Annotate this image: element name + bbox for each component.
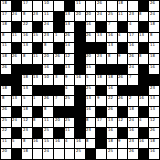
clue-number: 26 — [97, 1, 102, 5]
black-cell-r8-c14 — [139, 75, 149, 85]
cell-r14-c4[interactable]: 16 — [33, 139, 43, 149]
cell-r15-c3[interactable]: 18 — [22, 149, 32, 159]
black-cell-r9-c2 — [12, 86, 22, 96]
clue-number: 23 — [97, 54, 102, 58]
black-cell-r7-c2 — [12, 65, 22, 75]
clue-number: 16 — [86, 107, 91, 111]
clue-number: 13 — [23, 43, 28, 47]
cell-r12-c4[interactable]: 8 — [33, 118, 43, 128]
black-cell-r13-c4 — [33, 128, 43, 138]
cell-r5-c15[interactable]: 11 — [149, 43, 159, 53]
cell-r8-c4[interactable]: 13 — [33, 75, 43, 85]
cell-r10-c3[interactable]: 5 — [22, 96, 32, 106]
clue-number: 18 — [150, 54, 155, 58]
black-cell-r13-c14 — [139, 128, 149, 138]
black-cell-r11-c6 — [54, 107, 64, 117]
cell-r14-c14[interactable]: 16 — [139, 139, 149, 149]
cell-r5-c5[interactable]: 8 — [43, 43, 53, 53]
cell-r6-c1[interactable]: 18 — [1, 54, 11, 64]
cell-r15-c1[interactable]: 20 — [1, 149, 11, 159]
clue-number: 16 — [108, 33, 113, 37]
cell-r2-c15[interactable]: 24 — [149, 12, 159, 22]
cell-r4-c10[interactable]: 13 — [96, 33, 106, 43]
black-cell-r5-c6 — [54, 43, 64, 53]
cell-r15-c15[interactable]: 16 — [149, 149, 159, 159]
clue-number: 26 — [55, 54, 60, 58]
cell-r2-c4[interactable]: 23 — [33, 12, 43, 22]
clue-number: 4 — [65, 86, 67, 90]
cell-r12-c1[interactable]: 25 — [1, 118, 11, 128]
clue-number: 16 — [150, 149, 155, 153]
clue-number: 25 — [86, 86, 91, 90]
cell-r4-c9[interactable]: 26 — [86, 33, 96, 43]
clue-number: 26 — [2, 107, 7, 111]
clue-number: 26 — [86, 33, 91, 37]
clue-number: 8 — [23, 139, 25, 143]
cell-r7-c1[interactable]: 26 — [1, 65, 11, 75]
cell-r12-c3[interactable]: 12 — [22, 118, 32, 128]
cell-r4-c5[interactable]: 23 — [43, 33, 53, 43]
cell-r14-c12[interactable]: 9 — [118, 139, 128, 149]
cell-r7-c9[interactable]: 15 — [86, 65, 96, 75]
cell-r13-c13[interactable]: 16 — [128, 128, 138, 138]
cell-r12-c10[interactable]: 17 — [96, 118, 106, 128]
clue-number: 13 — [65, 22, 70, 26]
cell-r10-c11[interactable]: 22 — [107, 96, 117, 106]
black-cell-r8-c1 — [1, 75, 11, 85]
cell-r3-c11[interactable]: 7 — [107, 22, 117, 32]
clue-number: 12 — [150, 118, 155, 122]
clue-number: 9 — [118, 139, 120, 143]
clue-number: 26 — [65, 33, 70, 37]
cell-r6-c9[interactable]: 20 — [86, 54, 96, 64]
cell-r1-c12[interactable]: 18 — [118, 1, 128, 11]
cell-r4-c12[interactable]: 4 — [118, 33, 128, 43]
clue-number: 11 — [12, 33, 17, 37]
clue-number: 26 — [44, 96, 49, 100]
cell-r8-c3[interactable]: 18 — [22, 75, 32, 85]
black-cell-r3-c4 — [33, 22, 43, 32]
cell-r1-c9[interactable] — [86, 1, 96, 11]
clue-number: 8 — [2, 33, 4, 37]
cell-r10-c9[interactable]: 13 — [86, 96, 96, 106]
cell-r14-c11[interactable]: 18 — [107, 139, 117, 149]
cell-r15-c4[interactable] — [33, 149, 43, 159]
cell-r1-c10[interactable]: 26 — [96, 1, 106, 11]
cell-r6-c6[interactable]: 26 — [54, 54, 64, 64]
cell-r11-c3[interactable]: 18 — [22, 107, 32, 117]
cell-r2-c5[interactable]: 11 — [43, 12, 53, 22]
cell-r14-c1[interactable]: 11 — [1, 139, 11, 149]
clue-number: 26 — [12, 54, 17, 58]
cell-r6-c13[interactable]: 26 — [128, 54, 138, 64]
cell-r10-c10[interactable]: 9 — [96, 96, 106, 106]
clue-number: 24 — [129, 118, 134, 122]
cell-r9-c3[interactable]: 13 — [22, 86, 32, 96]
cell-r5-c11[interactable]: 13 — [107, 43, 117, 53]
cell-r5-c13[interactable]: 16 — [128, 43, 138, 53]
clue-number: 26 — [129, 54, 134, 58]
clue-number: 20 — [86, 12, 91, 16]
clue-number: 17 — [97, 118, 102, 122]
clue-number: 23 — [23, 128, 28, 132]
clue-number: 13 — [23, 86, 28, 90]
cell-r10-c14[interactable]: 16 — [139, 96, 149, 106]
cell-r8-c13[interactable]: 7 — [128, 75, 138, 85]
cell-r6-c10[interactable]: 23 — [96, 54, 106, 64]
cell-r14-c5[interactable]: 15 — [43, 139, 53, 149]
cell-r4-c13[interactable]: 17 — [128, 33, 138, 43]
cell-r10-c15[interactable]: 13 — [149, 96, 159, 106]
clue-number: 25 — [65, 96, 70, 100]
cell-r8-c9[interactable]: 5 — [86, 75, 96, 85]
cell-r10-c13[interactable]: 2 — [128, 96, 138, 106]
cell-r14-c13[interactable]: 23 — [128, 139, 138, 149]
cell-r15-c6[interactable] — [54, 149, 64, 159]
black-cell-r9-c5 — [43, 86, 53, 96]
cell-r6-c14[interactable]: 8 — [139, 54, 149, 64]
clue-number: 26 — [2, 65, 7, 69]
clue-number: 20 — [86, 54, 91, 58]
cell-r3-c15[interactable]: 18 — [149, 22, 159, 32]
clue-number: 4 — [65, 139, 67, 143]
clue-number: 17 — [23, 1, 28, 5]
clue-number: 22 — [23, 22, 28, 26]
cell-r4-c15[interactable]: 8 — [149, 33, 159, 43]
clue-number: 13 — [86, 96, 91, 100]
clue-number: 18 — [23, 107, 28, 111]
cell-r10-c4[interactable]: 1 — [33, 96, 43, 106]
cell-r7-c13[interactable]: 24 — [128, 65, 138, 75]
cell-r5-c7[interactable]: 14 — [65, 43, 75, 53]
clue-number: 18 — [2, 1, 7, 5]
clue-number: 17 — [2, 12, 7, 16]
cell-r4-c3[interactable]: 16 — [22, 33, 32, 43]
black-cell-r5-c4 — [33, 43, 43, 53]
clue-number: 25 — [65, 118, 70, 122]
clue-number: 13 — [108, 43, 113, 47]
cell-r1-c4[interactable] — [33, 1, 43, 11]
clue-number: 20 — [55, 118, 60, 122]
cell-r13-c9[interactable]: 23 — [86, 128, 96, 138]
cell-r12-c13[interactable]: 24 — [128, 118, 138, 128]
cell-r6-c5[interactable]: 20 — [43, 54, 53, 64]
cell-r3-c9[interactable]: 16 — [86, 22, 96, 32]
cell-r15-c11[interactable]: 25 — [107, 149, 117, 159]
clue-number: 26 — [118, 75, 123, 79]
clue-number: 11 — [76, 1, 81, 5]
clue-number: 26 — [108, 107, 113, 111]
cell-r12-c14[interactable]: 4 — [139, 118, 149, 128]
cell-r4-c2[interactable]: 11 — [12, 33, 22, 43]
black-cell-r14-c10 — [96, 139, 106, 149]
clue-number: 11 — [44, 118, 49, 122]
cell-r3-c13[interactable]: 4 — [128, 22, 138, 32]
black-cell-r9-c6 — [54, 86, 64, 96]
clue-number: 11 — [44, 12, 49, 16]
cell-r14-c8[interactable]: 16 — [75, 139, 85, 149]
cell-r12-c5[interactable]: 11 — [43, 118, 53, 128]
cell-r12-c6[interactable]: 20 — [54, 118, 64, 128]
cell-r10-c1[interactable]: 8 — [1, 96, 11, 106]
cell-r13-c1[interactable]: 22 — [1, 128, 11, 138]
clue-number: 18 — [23, 149, 28, 153]
black-cell-r15-c9 — [86, 149, 96, 159]
clue-number: 9 — [118, 54, 120, 58]
cell-r9-c1[interactable]: 18 — [1, 86, 11, 96]
clue-number: 10 — [44, 1, 49, 5]
clue-number: 8 — [44, 107, 46, 111]
clue-number: 16 — [23, 33, 28, 37]
cell-r2-c11[interactable]: 25 — [107, 12, 117, 22]
clue-number: 11 — [2, 139, 7, 143]
clue-number: 11 — [150, 43, 155, 47]
clue-number: 11 — [33, 54, 38, 58]
clue-number: 16 — [44, 65, 49, 69]
cell-r2-c13[interactable]: 23 — [128, 12, 138, 22]
clue-number: 16 — [55, 139, 60, 143]
black-cell-r3-c10 — [96, 22, 106, 32]
clue-number: 16 — [76, 139, 81, 143]
clue-number: 16 — [108, 128, 113, 132]
clue-number: 16 — [76, 75, 81, 79]
cell-r2-c2[interactable]: 24 — [12, 12, 22, 22]
cell-r10-c12[interactable]: 26 — [118, 96, 128, 106]
cell-r1-c6[interactable] — [54, 1, 64, 11]
cell-r12-c12[interactable]: 12 — [118, 118, 128, 128]
black-cell-r11-c2 — [12, 107, 22, 117]
cell-r12-c9[interactable]: 8 — [86, 118, 96, 128]
cell-r4-c6[interactable]: 1 — [54, 33, 64, 43]
clue-number: 18 — [108, 75, 113, 79]
clue-number: 23 — [33, 12, 38, 16]
clue-number: 16 — [150, 65, 155, 69]
clue-number: 25 — [108, 12, 113, 16]
clue-number: 25 — [44, 128, 49, 132]
cell-r3-c1[interactable]: 18 — [1, 22, 11, 32]
cell-r4-c7[interactable]: 26 — [65, 33, 75, 43]
black-cell-r3-c14 — [139, 22, 149, 32]
cell-r12-c15[interactable]: 12 — [149, 118, 159, 128]
clue-number: 4 — [139, 118, 141, 122]
cell-r8-c8[interactable]: 16 — [75, 75, 85, 85]
clue-number: 8 — [139, 12, 141, 16]
cell-r9-c15[interactable]: 23 — [149, 86, 159, 96]
cell-r2-c12[interactable]: 11 — [118, 12, 128, 22]
black-cell-r13-c8 — [75, 128, 85, 138]
cell-r7-c7[interactable]: 13 — [65, 65, 75, 75]
cell-r6-c7[interactable]: 12 — [65, 54, 75, 64]
cell-r13-c5[interactable]: 25 — [43, 128, 53, 138]
cell-r12-c11[interactable]: 13 — [107, 118, 117, 128]
cell-r5-c1[interactable]: 11 — [1, 43, 11, 53]
cell-r1-c1[interactable]: 18 — [1, 1, 11, 11]
cell-r10-c7[interactable]: 25 — [65, 96, 75, 106]
cell-r11-c1[interactable]: 26 — [1, 107, 11, 117]
clue-number: 23 — [150, 86, 155, 90]
clue-number: 8 — [23, 54, 25, 58]
clue-number: 24 — [12, 118, 17, 122]
cell-r6-c4[interactable]: 11 — [33, 54, 43, 64]
cell-r8-c10[interactable]: 18 — [96, 75, 106, 85]
black-cell-r15-c14 — [139, 149, 149, 159]
cell-r1-c15[interactable]: 26 — [149, 1, 159, 11]
cell-r6-c15[interactable]: 18 — [149, 54, 159, 64]
clue-number: 15 — [44, 139, 49, 143]
clue-number: 11 — [65, 128, 70, 132]
cell-r1-c3[interactable]: 17 — [22, 1, 32, 11]
clue-number: 16 — [108, 86, 113, 90]
clue-number: 18 — [97, 75, 102, 79]
cell-r10-c6[interactable]: 7 — [54, 96, 64, 106]
cell-r3-c7[interactable]: 13 — [65, 22, 75, 32]
black-cell-r9-c10 — [96, 86, 106, 96]
cell-r8-c7[interactable]: 9 — [65, 75, 75, 85]
cell-r6-c2[interactable]: 26 — [12, 54, 22, 64]
black-cell-r11-c10 — [96, 107, 106, 117]
clue-number: 15 — [33, 33, 38, 37]
cell-r1-c8[interactable]: 11 — [75, 1, 85, 11]
codeword-grid: 1817101126182617248231113202024251123824… — [0, 0, 160, 160]
black-cell-r7-c6 — [54, 65, 64, 75]
black-cell-r13-c6 — [54, 128, 64, 138]
clue-number: 8 — [33, 118, 35, 122]
clue-number: 18 — [150, 139, 155, 143]
cell-r8-c12[interactable]: 26 — [118, 75, 128, 85]
clue-number: 7 — [55, 96, 57, 100]
black-cell-r7-c4 — [33, 65, 43, 75]
cell-r1-c13[interactable] — [128, 1, 138, 11]
cell-r14-c9[interactable]: 8 — [86, 139, 96, 149]
black-cell-r3-c2 — [12, 22, 22, 32]
cell-r2-c14[interactable]: 8 — [139, 12, 149, 22]
clue-number: 22 — [108, 96, 113, 100]
cell-r13-c11[interactable]: 16 — [107, 128, 117, 138]
cell-r4-c4[interactable]: 15 — [33, 33, 43, 43]
clue-number: 10 — [44, 75, 49, 79]
clue-number: 13 — [97, 33, 102, 37]
cell-r4-c1[interactable]: 8 — [1, 33, 11, 43]
cell-r15-c12[interactable] — [118, 149, 128, 159]
cell-r15-c13[interactable]: 26 — [128, 149, 138, 159]
cell-r13-c3[interactable]: 23 — [22, 128, 32, 138]
black-cell-r5-c10 — [96, 43, 106, 53]
cell-r8-c6[interactable]: 3 — [54, 75, 64, 85]
cell-r5-c3[interactable]: 13 — [22, 43, 32, 53]
black-cell-r5-c9 — [86, 43, 96, 53]
cell-r2-c7[interactable]: 13 — [65, 12, 75, 22]
clue-number: 24 — [44, 22, 49, 26]
clue-number: 8 — [23, 12, 25, 16]
black-cell-r3-c6 — [54, 22, 64, 32]
black-cell-r6-c8 — [75, 54, 85, 64]
cell-r1-c11[interactable] — [107, 1, 117, 11]
clue-number: 18 — [118, 1, 123, 5]
cell-r14-c6[interactable]: 16 — [54, 139, 64, 149]
clue-number: 4 — [118, 33, 120, 37]
clue-number: 13 — [139, 33, 144, 37]
cell-r8-c11[interactable]: 18 — [107, 75, 117, 85]
cell-r15-c7[interactable] — [65, 149, 75, 159]
cell-r3-c5[interactable]: 24 — [43, 22, 53, 32]
clue-number: 20 — [2, 149, 7, 153]
clue-number: 13 — [33, 75, 38, 79]
cell-r2-c10[interactable]: 24 — [96, 12, 106, 22]
cell-r6-c3[interactable]: 8 — [22, 54, 32, 64]
black-cell-r9-c4 — [33, 86, 43, 96]
black-cell-r13-c2 — [12, 128, 22, 138]
black-cell-r5-c14 — [139, 43, 149, 53]
clue-number: 18 — [2, 22, 7, 26]
black-cell-r3-c8 — [75, 22, 85, 32]
clue-number: 13 — [65, 65, 70, 69]
cell-r14-c7[interactable]: 4 — [65, 139, 75, 149]
cell-r11-c9[interactable]: 16 — [86, 107, 96, 117]
cell-r11-c13[interactable]: 18 — [128, 107, 138, 117]
clue-number: 16 — [129, 43, 134, 47]
black-cell-r11-c4 — [33, 107, 43, 117]
cell-r15-c8[interactable]: 25 — [75, 149, 85, 159]
cell-r7-c5[interactable]: 16 — [43, 65, 53, 75]
cell-r4-c14[interactable]: 13 — [139, 33, 149, 43]
cell-r15-c10[interactable] — [96, 149, 106, 159]
cell-r11-c11[interactable]: 26 — [107, 107, 117, 117]
black-cell-r5-c2 — [12, 43, 22, 53]
cell-r10-c2[interactable]: 13 — [12, 96, 22, 106]
cell-r13-c7[interactable]: 11 — [65, 128, 75, 138]
cell-r7-c15[interactable]: 16 — [149, 65, 159, 75]
cell-r4-c11[interactable]: 16 — [107, 33, 117, 43]
cell-r2-c8[interactable]: 20 — [75, 12, 85, 22]
clue-number: 18 — [129, 107, 134, 111]
clue-number: 14 — [65, 43, 70, 47]
cell-r14-c2[interactable]: 5 — [12, 139, 22, 149]
cell-r11-c5[interactable]: 8 — [43, 107, 53, 117]
cell-r2-c1[interactable]: 17 — [1, 12, 11, 22]
cell-r3-c3[interactable]: 22 — [22, 22, 32, 32]
cell-r9-c7[interactable]: 4 — [65, 86, 75, 96]
cell-r12-c7[interactable]: 25 — [65, 118, 75, 128]
cell-r9-c11[interactable]: 16 — [107, 86, 117, 96]
clue-number: 13 — [65, 12, 70, 16]
cell-r2-c3[interactable]: 8 — [22, 12, 32, 22]
black-cell-r7-c11 — [107, 65, 117, 75]
cell-r6-c12[interactable]: 9 — [118, 54, 128, 64]
clue-number: 13 — [12, 96, 17, 100]
cell-r2-c9[interactable]: 20 — [86, 12, 96, 22]
black-cell-r7-c10 — [96, 65, 106, 75]
cell-r1-c5[interactable]: 10 — [43, 1, 53, 11]
cell-r12-c2[interactable]: 24 — [12, 118, 22, 128]
cell-r6-c11[interactable]: 8 — [107, 54, 117, 64]
clue-number: 7 — [108, 22, 110, 26]
clue-number: 24 — [150, 12, 155, 16]
cell-r14-c3[interactable]: 8 — [22, 139, 32, 149]
clue-number: 16 — [129, 128, 134, 132]
clue-number: 26 — [118, 96, 123, 100]
cell-r10-c5[interactable]: 26 — [43, 96, 53, 106]
clue-number: 13 — [108, 118, 113, 122]
cell-r9-c9[interactable]: 25 — [86, 86, 96, 96]
cell-r14-c15[interactable]: 18 — [149, 139, 159, 149]
clue-number: 24 — [129, 65, 134, 69]
cell-r11-c15[interactable]: 13 — [149, 107, 159, 117]
cell-r13-c15[interactable]: 26 — [149, 128, 159, 138]
cell-r15-c5[interactable]: 24 — [43, 149, 53, 159]
cell-r8-c5[interactable]: 10 — [43, 75, 53, 85]
clue-number: 12 — [23, 118, 28, 122]
clue-number: 1 — [55, 33, 57, 37]
